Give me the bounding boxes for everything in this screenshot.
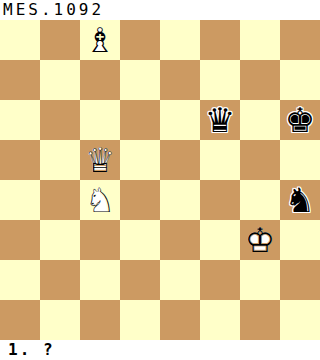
- square-a1[interactable]: [0, 300, 40, 340]
- square-h8[interactable]: [280, 20, 320, 60]
- square-e3[interactable]: [160, 220, 200, 260]
- square-a5[interactable]: [0, 140, 40, 180]
- square-e2[interactable]: [160, 260, 200, 300]
- square-c4[interactable]: ♞♘: [80, 180, 120, 220]
- square-d5[interactable]: [120, 140, 160, 180]
- square-e5[interactable]: [160, 140, 200, 180]
- square-d7[interactable]: [120, 60, 160, 100]
- square-f3[interactable]: [200, 220, 240, 260]
- board: ♝♗♛♚♛♕♞♘♞♚♔: [0, 20, 320, 340]
- square-f6[interactable]: ♛: [200, 100, 240, 140]
- square-d2[interactable]: [120, 260, 160, 300]
- king-outline-glyph: ♔: [240, 220, 280, 260]
- square-d4[interactable]: [120, 180, 160, 220]
- square-c5[interactable]: ♛♕: [80, 140, 120, 180]
- square-e7[interactable]: [160, 60, 200, 100]
- square-b7[interactable]: [40, 60, 80, 100]
- square-f7[interactable]: [200, 60, 240, 100]
- chess-diagram-window: MES.1092 ♝♗♛♚♛♕♞♘♞♚♔ 1. ?: [0, 0, 320, 360]
- square-h7[interactable]: [280, 60, 320, 100]
- white-king[interactable]: ♚♔: [240, 220, 280, 260]
- king-glyph: ♚: [280, 100, 320, 140]
- square-f1[interactable]: [200, 300, 240, 340]
- square-e4[interactable]: [160, 180, 200, 220]
- square-f8[interactable]: [200, 20, 240, 60]
- square-a8[interactable]: [0, 20, 40, 60]
- square-g2[interactable]: [240, 260, 280, 300]
- square-h1[interactable]: [280, 300, 320, 340]
- square-g8[interactable]: [240, 20, 280, 60]
- black-queen[interactable]: ♛: [200, 100, 240, 140]
- square-h4[interactable]: ♞: [280, 180, 320, 220]
- square-g6[interactable]: [240, 100, 280, 140]
- queen-outline-glyph: ♕: [80, 140, 120, 180]
- square-e8[interactable]: [160, 20, 200, 60]
- square-d8[interactable]: [120, 20, 160, 60]
- square-b8[interactable]: [40, 20, 80, 60]
- square-b3[interactable]: [40, 220, 80, 260]
- square-f2[interactable]: [200, 260, 240, 300]
- square-b6[interactable]: [40, 100, 80, 140]
- square-a2[interactable]: [0, 260, 40, 300]
- knight-outline-glyph: ♘: [80, 180, 120, 220]
- square-a7[interactable]: [0, 60, 40, 100]
- square-f4[interactable]: [200, 180, 240, 220]
- square-d3[interactable]: [120, 220, 160, 260]
- square-g7[interactable]: [240, 60, 280, 100]
- square-g3[interactable]: ♚♔: [240, 220, 280, 260]
- white-queen[interactable]: ♛♕: [80, 140, 120, 180]
- square-a4[interactable]: [0, 180, 40, 220]
- square-h6[interactable]: ♚: [280, 100, 320, 140]
- square-d1[interactable]: [120, 300, 160, 340]
- bishop-outline-glyph: ♗: [80, 20, 120, 60]
- square-h2[interactable]: [280, 260, 320, 300]
- move-prompt: 1. ?: [8, 340, 55, 360]
- square-g1[interactable]: [240, 300, 280, 340]
- queen-glyph: ♛: [200, 100, 240, 140]
- square-h5[interactable]: [280, 140, 320, 180]
- black-knight[interactable]: ♞: [280, 180, 320, 220]
- square-e6[interactable]: [160, 100, 200, 140]
- square-h3[interactable]: [280, 220, 320, 260]
- square-b1[interactable]: [40, 300, 80, 340]
- square-d6[interactable]: [120, 100, 160, 140]
- square-c8[interactable]: ♝♗: [80, 20, 120, 60]
- square-e1[interactable]: [160, 300, 200, 340]
- square-b4[interactable]: [40, 180, 80, 220]
- square-c1[interactable]: [80, 300, 120, 340]
- black-king[interactable]: ♚: [280, 100, 320, 140]
- square-c6[interactable]: [80, 100, 120, 140]
- square-c7[interactable]: [80, 60, 120, 100]
- square-a6[interactable]: [0, 100, 40, 140]
- square-b2[interactable]: [40, 260, 80, 300]
- problem-id-title: MES.1092: [3, 0, 104, 20]
- white-knight[interactable]: ♞♘: [80, 180, 120, 220]
- square-b5[interactable]: [40, 140, 80, 180]
- square-f5[interactable]: [200, 140, 240, 180]
- knight-glyph: ♞: [280, 180, 320, 220]
- square-g5[interactable]: [240, 140, 280, 180]
- square-a3[interactable]: [0, 220, 40, 260]
- white-bishop[interactable]: ♝♗: [80, 20, 120, 60]
- square-g4[interactable]: [240, 180, 280, 220]
- square-c2[interactable]: [80, 260, 120, 300]
- square-c3[interactable]: [80, 220, 120, 260]
